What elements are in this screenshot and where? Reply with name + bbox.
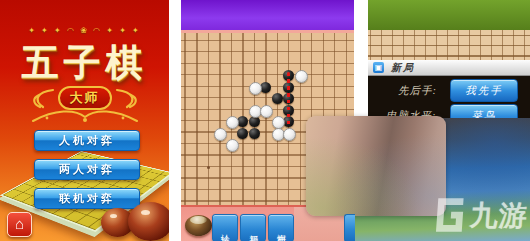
button-online-play[interactable]: 联机对弈 bbox=[34, 188, 140, 209]
gold-fan-ornament bbox=[0, 108, 169, 128]
star-point bbox=[207, 166, 210, 169]
button-resign[interactable]: 认输 bbox=[212, 214, 238, 241]
button-undo[interactable]: 悔棋 bbox=[268, 214, 294, 241]
flourish-left-icon bbox=[29, 86, 55, 110]
stone-white[interactable] bbox=[249, 82, 262, 95]
blur-box-center bbox=[306, 116, 446, 216]
dialog-titlebar: ▣ 新局 bbox=[368, 60, 530, 76]
badge-row: 大师 bbox=[0, 86, 169, 110]
9game-logo-icon bbox=[427, 195, 472, 237]
stone-black[interactable] bbox=[249, 128, 260, 139]
gold-ornament-band: ✦ ✦ ✦ ◠ ❀ ◠ ✦ ✦ ✦ bbox=[0, 26, 169, 36]
flourish-right-icon bbox=[115, 86, 141, 110]
master-badge: 大师 bbox=[58, 86, 112, 110]
button-two-players[interactable]: 两人对弈 bbox=[34, 159, 140, 180]
button-vs-computer[interactable]: 人机对弈 bbox=[34, 130, 140, 151]
stone-highlight bbox=[141, 210, 150, 215]
stone-white[interactable] bbox=[214, 128, 227, 141]
label-first-move: 先后手: bbox=[398, 84, 437, 98]
button-i-go-first[interactable]: 我先手 bbox=[450, 79, 518, 102]
stone-white[interactable] bbox=[295, 70, 308, 83]
stone-black[interactable] bbox=[272, 93, 283, 104]
dialog-screen-header bbox=[368, 0, 530, 30]
button-new-game[interactable]: 新局 bbox=[240, 214, 266, 241]
stone-white[interactable] bbox=[226, 139, 239, 152]
home-icon: ⌂ bbox=[15, 215, 24, 232]
fan-scroll-icon bbox=[25, 108, 145, 124]
promo-image: ✦ ✦ ✦ ◠ ❀ ◠ ✦ ✦ ✦ 五子棋 大师 人机对弈 两人 bbox=[0, 0, 530, 241]
stone-black[interactable] bbox=[260, 82, 271, 93]
watermark-text: 九游 bbox=[468, 192, 529, 240]
stone-black[interactable] bbox=[237, 116, 248, 127]
stone-black[interactable] bbox=[237, 128, 248, 139]
stone-white[interactable] bbox=[226, 116, 239, 129]
game-header-bar bbox=[181, 0, 354, 30]
stone-bowl-lid bbox=[190, 216, 207, 224]
home-button[interactable]: ⌂ bbox=[7, 212, 32, 237]
partial-button[interactable] bbox=[344, 214, 355, 241]
stone-highlight bbox=[110, 214, 117, 218]
stone-white[interactable] bbox=[260, 105, 273, 118]
winning-line-marker bbox=[287, 72, 290, 127]
watermark: 九游 bbox=[426, 192, 530, 240]
panel-splash: ✦ ✦ ✦ ◠ ❀ ◠ ✦ ✦ ✦ 五子棋 大师 人机对弈 两人 bbox=[0, 0, 169, 241]
board-strip bbox=[368, 30, 530, 62]
stone-white[interactable] bbox=[283, 128, 296, 141]
dialog-title: 新局 bbox=[391, 61, 415, 75]
dialog-board-icon: ▣ bbox=[373, 62, 384, 73]
stone-black[interactable] bbox=[249, 116, 260, 127]
app-title: 五子棋 bbox=[0, 38, 169, 88]
brown-stone-large bbox=[128, 202, 169, 241]
